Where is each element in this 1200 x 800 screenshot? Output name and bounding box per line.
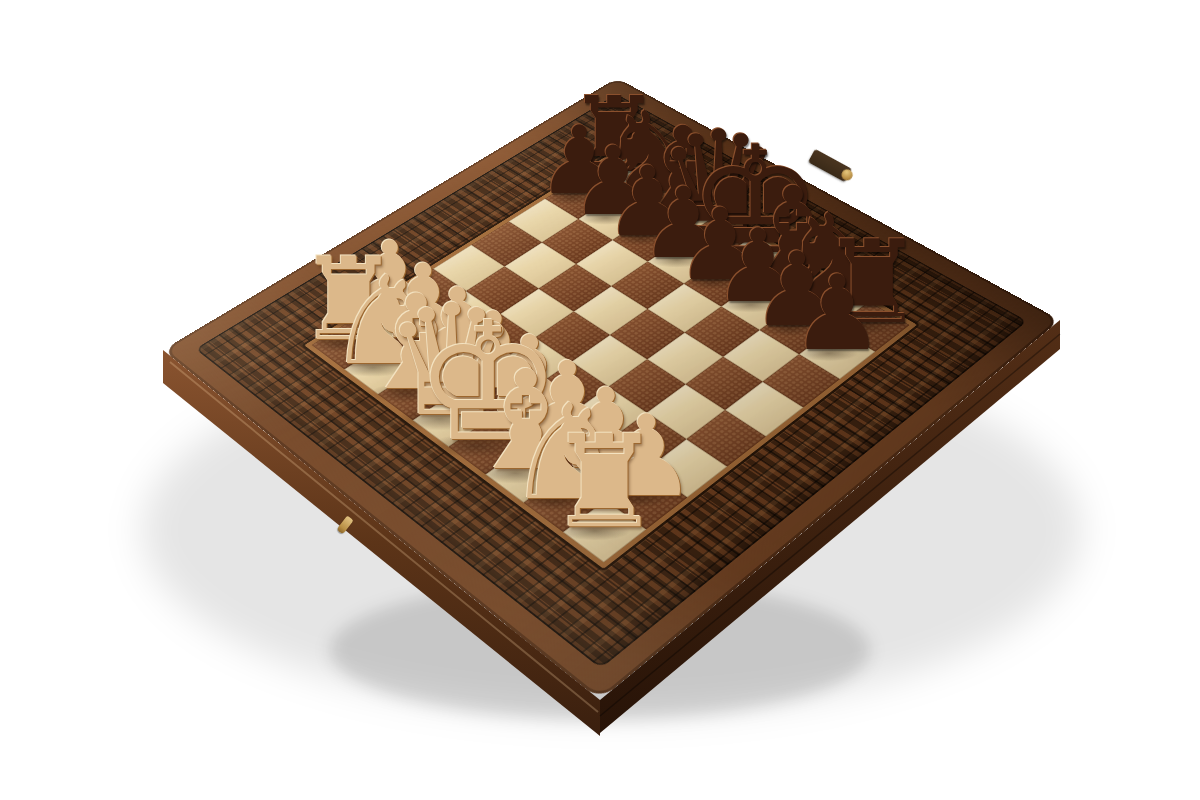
chess-box-photo: ♜♞♟♝♟♛♟♚♟♝♟♞♟♟♜♟♟♜♟♟♞♟♝♟♛♟♚♟♝♟♞♜ (0, 0, 1200, 800)
piece-white-rook-h1[interactable]: ♜ (547, 419, 661, 547)
piece-black-pawn-h7[interactable]: ♟ (791, 262, 884, 366)
